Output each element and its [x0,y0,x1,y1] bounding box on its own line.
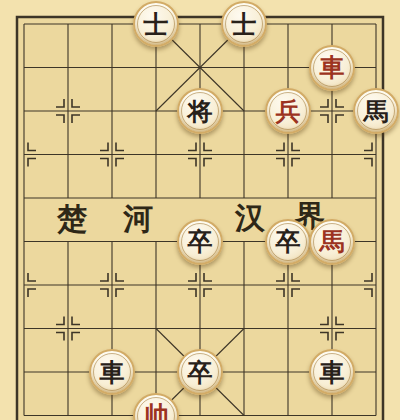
river-label-chu: 楚 [57,199,87,240]
piece-red-chariot[interactable]: 車 [309,45,355,91]
piece-black-advisor[interactable]: 士 [221,1,267,47]
piece-black-chariot[interactable]: 車 [89,349,135,395]
piece-glyph: 卒 [188,229,213,254]
piece-black-chariot[interactable]: 車 [309,349,355,395]
piece-black-advisor[interactable]: 士 [133,1,179,47]
piece-glyph: 士 [232,12,257,37]
piece-glyph: 将 [188,99,213,124]
river-label-han: 汉 [235,198,265,239]
piece-glyph: 車 [100,360,125,385]
xiangqi-app: 楚 河 汉 界 士士車将兵馬卒卒馬車卒車帅 [0,0,400,420]
piece-glyph: 士 [144,12,169,37]
piece-glyph: 卒 [276,229,301,254]
piece-glyph: 車 [320,360,345,385]
piece-black-general[interactable]: 将 [177,88,223,134]
piece-black-soldier[interactable]: 卒 [177,349,223,395]
river-label-he: 河 [123,199,153,240]
piece-red-horse[interactable]: 馬 [309,219,355,265]
piece-glyph: 馬 [364,99,389,124]
piece-glyph: 帅 [144,403,169,420]
piece-red-soldier[interactable]: 兵 [265,88,311,134]
piece-black-soldier[interactable]: 卒 [265,219,311,265]
piece-glyph: 車 [320,55,345,80]
piece-glyph: 卒 [188,360,213,385]
piece-black-horse[interactable]: 馬 [353,88,399,134]
piece-glyph: 兵 [276,99,301,124]
piece-glyph: 馬 [320,229,345,254]
piece-black-soldier[interactable]: 卒 [177,219,223,265]
